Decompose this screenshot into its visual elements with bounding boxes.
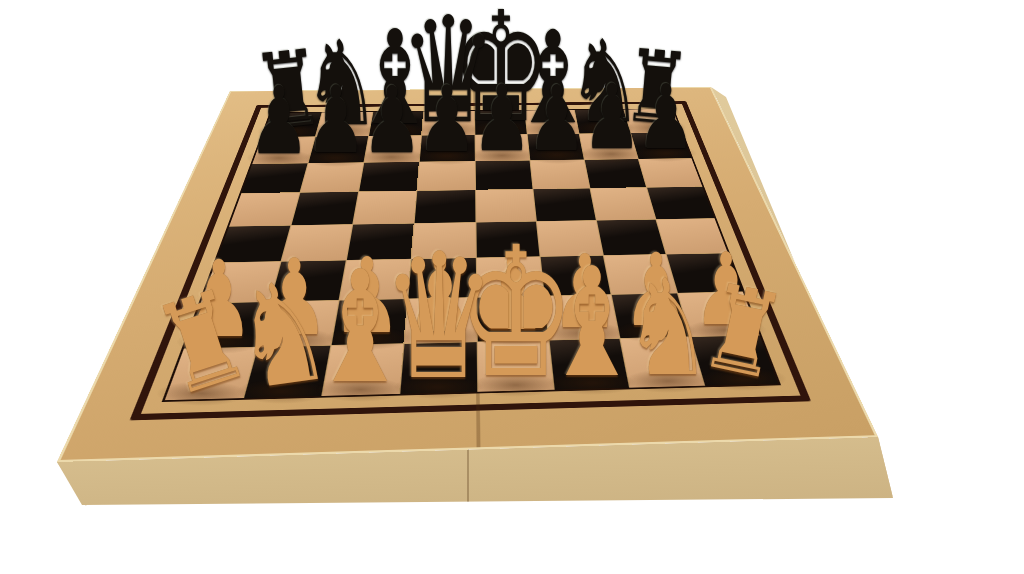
square-h5[interactable] [647, 187, 714, 219]
piece-black-pawn-a7[interactable]: ♟ [248, 74, 310, 168]
box-ground-shadow [70, 488, 880, 514]
piece-black-pawn-e7[interactable]: ♟ [472, 73, 532, 164]
square-b5[interactable] [292, 192, 359, 225]
pieces-layer: ♜♞♝♛♚♝♞♜♟♟♟♟♟♟♟♟♟♟♟♟♟♟♟♟♜♞♝♛♚♝♞♜ [0, 0, 1024, 574]
piece-black-pawn-b7[interactable]: ♟ [305, 74, 367, 167]
square-a5[interactable] [229, 193, 299, 226]
chess-set-photo: ♜♞♝♛♚♝♞♜♟♟♟♟♟♟♟♟♟♟♟♟♟♟♟♟♜♞♝♛♚♝♞♜ [0, 0, 1024, 574]
piece-black-pawn-g7[interactable]: ♟ [582, 73, 642, 163]
piece-black-pawn-h7[interactable]: ♟ [636, 73, 695, 162]
piece-black-pawn-c7[interactable]: ♟ [361, 74, 422, 166]
piece-black-pawn-d7[interactable]: ♟ [417, 74, 478, 166]
square-g5[interactable] [590, 188, 655, 220]
piece-black-pawn-f7[interactable]: ♟ [527, 73, 587, 163]
